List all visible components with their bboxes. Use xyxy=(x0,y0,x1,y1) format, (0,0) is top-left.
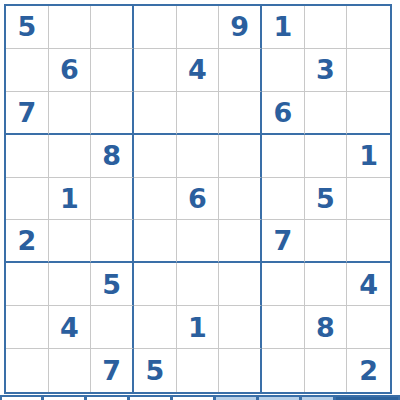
cell-r3c1[interactable]: 7 xyxy=(6,92,49,135)
cell-r9c6[interactable] xyxy=(219,349,262,392)
cell-r8c9[interactable] xyxy=(347,306,390,349)
cell-r6c4[interactable] xyxy=(134,220,177,263)
cell-r9c1[interactable] xyxy=(6,349,49,392)
cell-r1c3[interactable] xyxy=(91,6,134,49)
cell-r8c6[interactable] xyxy=(219,306,262,349)
cell-r8c4[interactable] xyxy=(134,306,177,349)
cell-r7c8[interactable] xyxy=(305,263,348,306)
cell-r3c9[interactable] xyxy=(347,92,390,135)
cell-r3c5[interactable] xyxy=(177,92,220,135)
cell-r1c4[interactable] xyxy=(134,6,177,49)
cell-r8c1[interactable] xyxy=(6,306,49,349)
cell-r1c7[interactable]: 1 xyxy=(262,6,305,49)
sudoku-app: 59164376811652754418752 xyxy=(0,0,400,400)
cell-r5c6[interactable] xyxy=(219,178,262,221)
cell-r8c2[interactable]: 4 xyxy=(49,306,92,349)
cell-r2c6[interactable] xyxy=(219,49,262,92)
cell-r9c8[interactable] xyxy=(305,349,348,392)
cell-r2c2[interactable]: 6 xyxy=(49,49,92,92)
cell-r2c5[interactable]: 4 xyxy=(177,49,220,92)
cell-r4c2[interactable] xyxy=(49,135,92,178)
cell-r5c3[interactable] xyxy=(91,178,134,221)
cell-r2c8[interactable]: 3 xyxy=(305,49,348,92)
cell-r4c8[interactable] xyxy=(305,135,348,178)
cell-r2c1[interactable] xyxy=(6,49,49,92)
cell-r1c1[interactable]: 5 xyxy=(6,6,49,49)
numpad-button-partial-8[interactable] xyxy=(301,395,335,400)
cell-r7c1[interactable] xyxy=(6,263,49,306)
numpad-button-partial-5[interactable] xyxy=(172,395,215,400)
cell-r3c4[interactable] xyxy=(134,92,177,135)
cell-r5c8[interactable]: 5 xyxy=(305,178,348,221)
sudoku-board: 59164376811652754418752 xyxy=(4,4,392,394)
cell-r5c2[interactable]: 1 xyxy=(49,178,92,221)
cell-r8c5[interactable]: 1 xyxy=(177,306,220,349)
cell-r6c9[interactable] xyxy=(347,220,390,263)
cell-r9c9[interactable]: 2 xyxy=(347,349,390,392)
cell-r4c3[interactable]: 8 xyxy=(91,135,134,178)
cell-r9c7[interactable] xyxy=(262,349,305,392)
numpad-button-partial-3[interactable] xyxy=(86,395,129,400)
cell-r1c6[interactable]: 9 xyxy=(219,6,262,49)
cell-r7c9[interactable]: 4 xyxy=(347,263,390,306)
cell-r2c7[interactable] xyxy=(262,49,305,92)
numpad-button-partial-4[interactable] xyxy=(129,395,172,400)
cell-r3c7[interactable]: 6 xyxy=(262,92,305,135)
cell-r6c8[interactable] xyxy=(305,220,348,263)
numpad-button-partial-2[interactable] xyxy=(43,395,86,400)
numpad-button-partial-7[interactable] xyxy=(258,395,301,400)
cell-r4c1[interactable] xyxy=(6,135,49,178)
cell-r5c9[interactable] xyxy=(347,178,390,221)
cell-r9c5[interactable] xyxy=(177,349,220,392)
cell-r3c3[interactable] xyxy=(91,92,134,135)
cell-r4c9[interactable]: 1 xyxy=(347,135,390,178)
cell-r4c4[interactable] xyxy=(134,135,177,178)
cell-r7c2[interactable] xyxy=(49,263,92,306)
cell-r9c2[interactable] xyxy=(49,349,92,392)
cell-r7c4[interactable] xyxy=(134,263,177,306)
cell-r6c3[interactable] xyxy=(91,220,134,263)
cell-r6c6[interactable] xyxy=(219,220,262,263)
numberpad-row-cutoff xyxy=(0,395,400,400)
cell-r1c2[interactable] xyxy=(49,6,92,49)
cell-r1c8[interactable] xyxy=(305,6,348,49)
cell-r7c6[interactable] xyxy=(219,263,262,306)
cell-r6c1[interactable]: 2 xyxy=(6,220,49,263)
cell-r1c5[interactable] xyxy=(177,6,220,49)
cell-r4c7[interactable] xyxy=(262,135,305,178)
cell-r8c8[interactable]: 8 xyxy=(305,306,348,349)
cell-r1c9[interactable] xyxy=(347,6,390,49)
cell-r9c4[interactable]: 5 xyxy=(134,349,177,392)
numpad-button-partial-6[interactable] xyxy=(215,395,258,400)
cell-r8c7[interactable] xyxy=(262,306,305,349)
cell-r3c2[interactable] xyxy=(49,92,92,135)
cell-r5c7[interactable] xyxy=(262,178,305,221)
numpad-button-partial-9[interactable] xyxy=(335,395,400,400)
cell-r5c4[interactable] xyxy=(134,178,177,221)
cell-r9c3[interactable]: 7 xyxy=(91,349,134,392)
cell-r8c3[interactable] xyxy=(91,306,134,349)
cell-r4c6[interactable] xyxy=(219,135,262,178)
cell-r5c1[interactable] xyxy=(6,178,49,221)
cell-r6c2[interactable] xyxy=(49,220,92,263)
cell-r2c9[interactable] xyxy=(347,49,390,92)
cell-r2c4[interactable] xyxy=(134,49,177,92)
cell-r7c7[interactable] xyxy=(262,263,305,306)
cell-r6c7[interactable]: 7 xyxy=(262,220,305,263)
cell-r5c5[interactable]: 6 xyxy=(177,178,220,221)
cell-r7c3[interactable]: 5 xyxy=(91,263,134,306)
cell-r3c6[interactable] xyxy=(219,92,262,135)
cell-r3c8[interactable] xyxy=(305,92,348,135)
cell-r6c5[interactable] xyxy=(177,220,220,263)
cell-r7c5[interactable] xyxy=(177,263,220,306)
cell-r2c3[interactable] xyxy=(91,49,134,92)
cell-r4c5[interactable] xyxy=(177,135,220,178)
numpad-button-partial-1[interactable] xyxy=(0,395,43,400)
